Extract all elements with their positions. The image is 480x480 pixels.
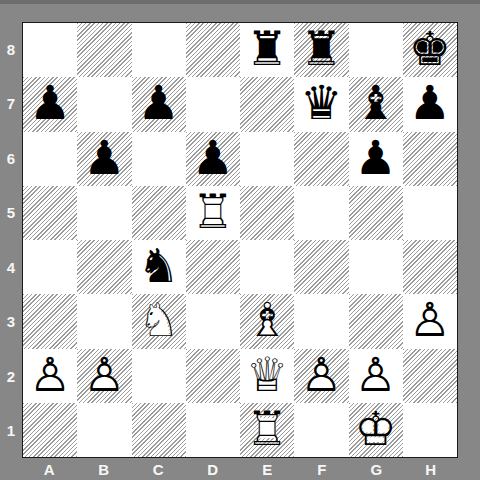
white-rook-glyph: ♖ xyxy=(240,404,294,451)
square-d2[interactable] xyxy=(186,349,240,403)
black-pawn: ♟ xyxy=(132,77,186,131)
square-a6[interactable] xyxy=(23,132,77,186)
square-d1[interactable] xyxy=(186,403,240,457)
black-pawn-glyph: ♟ xyxy=(403,79,457,126)
white-king-glyph: ♔ xyxy=(349,404,403,451)
square-f7[interactable]: ♛ xyxy=(294,77,348,131)
square-g8[interactable] xyxy=(349,23,403,77)
file-labels: ABCDEFGH xyxy=(22,458,458,480)
white-pawn-glyph: ♙ xyxy=(349,350,403,397)
white-king: ♚♔ xyxy=(349,403,403,457)
black-king: ♚ xyxy=(403,23,457,77)
square-a4[interactable] xyxy=(23,240,77,294)
file-label-b: B xyxy=(77,458,132,480)
black-pawn: ♟ xyxy=(403,77,457,131)
square-f4[interactable] xyxy=(294,240,348,294)
square-e6[interactable] xyxy=(240,132,294,186)
black-pawn-glyph: ♟ xyxy=(186,133,240,180)
square-b1[interactable] xyxy=(77,403,131,457)
white-rook-glyph: ♖ xyxy=(186,187,240,234)
square-g7[interactable]: ♝ xyxy=(349,77,403,131)
black-pawn: ♟ xyxy=(23,77,77,131)
white-pawn-glyph: ♙ xyxy=(294,350,348,397)
square-f2[interactable]: ♟♙ xyxy=(294,349,348,403)
square-h6[interactable] xyxy=(403,132,457,186)
rank-label-1: 1 xyxy=(0,404,22,459)
black-bishop-glyph: ♝ xyxy=(349,79,403,126)
square-g6[interactable]: ♟ xyxy=(349,132,403,186)
square-c7[interactable]: ♟ xyxy=(132,77,186,131)
square-g3[interactable] xyxy=(349,294,403,348)
black-pawn-glyph: ♟ xyxy=(23,79,77,126)
white-pawn: ♟♙ xyxy=(403,294,457,348)
square-b8[interactable] xyxy=(77,23,131,77)
square-a1[interactable] xyxy=(23,403,77,457)
square-h2[interactable] xyxy=(403,349,457,403)
white-pawn: ♟♙ xyxy=(77,349,131,403)
square-e8[interactable]: ♜ xyxy=(240,23,294,77)
square-d8[interactable] xyxy=(186,23,240,77)
square-b7[interactable] xyxy=(77,77,131,131)
square-h1[interactable] xyxy=(403,403,457,457)
black-pawn-glyph: ♟ xyxy=(77,133,131,180)
square-f3[interactable] xyxy=(294,294,348,348)
white-queen-glyph: ♕ xyxy=(240,350,294,397)
black-pawn: ♟ xyxy=(186,132,240,186)
square-a5[interactable] xyxy=(23,186,77,240)
square-c2[interactable] xyxy=(132,349,186,403)
black-rook-glyph: ♜ xyxy=(294,25,348,72)
rank-label-5: 5 xyxy=(0,186,22,241)
square-b5[interactable] xyxy=(77,186,131,240)
chess-board: ♜♜♚♟♟♛♝♟♟♟♟♜♖♞♞♘♝♗♟♙♟♙♟♙♛♕♟♙♟♙♜♖♚♔ xyxy=(22,22,458,458)
square-f6[interactable] xyxy=(294,132,348,186)
square-b6[interactable]: ♟ xyxy=(77,132,131,186)
black-knight-glyph: ♞ xyxy=(132,242,186,289)
square-g1[interactable]: ♚♔ xyxy=(349,403,403,457)
black-rook-glyph: ♜ xyxy=(240,25,294,72)
black-knight: ♞ xyxy=(132,240,186,294)
square-d4[interactable] xyxy=(186,240,240,294)
black-pawn-glyph: ♟ xyxy=(349,133,403,180)
rank-label-6: 6 xyxy=(0,131,22,186)
black-queen-glyph: ♛ xyxy=(294,79,348,126)
square-c6[interactable] xyxy=(132,132,186,186)
square-f1[interactable] xyxy=(294,403,348,457)
rank-label-4: 4 xyxy=(0,240,22,295)
square-b4[interactable] xyxy=(77,240,131,294)
rank-label-2: 2 xyxy=(0,349,22,404)
white-pawn-glyph: ♙ xyxy=(23,350,77,397)
white-pawn-glyph: ♙ xyxy=(77,350,131,397)
white-bishop: ♝♗ xyxy=(240,294,294,348)
square-c8[interactable] xyxy=(132,23,186,77)
square-d6[interactable]: ♟ xyxy=(186,132,240,186)
square-c4[interactable]: ♞ xyxy=(132,240,186,294)
square-h8[interactable]: ♚ xyxy=(403,23,457,77)
square-e2[interactable]: ♛♕ xyxy=(240,349,294,403)
square-f5[interactable] xyxy=(294,186,348,240)
white-pawn: ♟♙ xyxy=(294,349,348,403)
black-pawn-glyph: ♟ xyxy=(132,79,186,126)
file-label-c: C xyxy=(131,458,186,480)
square-b2[interactable]: ♟♙ xyxy=(77,349,131,403)
white-pawn: ♟♙ xyxy=(23,349,77,403)
file-label-h: H xyxy=(404,458,459,480)
square-a7[interactable]: ♟ xyxy=(23,77,77,131)
square-e4[interactable] xyxy=(240,240,294,294)
file-label-e: E xyxy=(240,458,295,480)
frame-top-edge xyxy=(0,0,480,4)
black-pawn: ♟ xyxy=(349,132,403,186)
square-g5[interactable] xyxy=(349,186,403,240)
square-d5[interactable]: ♜♖ xyxy=(186,186,240,240)
white-knight: ♞♘ xyxy=(132,294,186,348)
white-rook: ♜♖ xyxy=(240,403,294,457)
square-h3[interactable]: ♟♙ xyxy=(403,294,457,348)
white-knight-glyph: ♘ xyxy=(132,296,186,343)
rank-labels: 87654321 xyxy=(0,22,22,458)
rank-label-3: 3 xyxy=(0,295,22,350)
black-bishop: ♝ xyxy=(349,77,403,131)
file-label-a: A xyxy=(22,458,77,480)
black-king-glyph: ♚ xyxy=(403,25,457,72)
black-rook: ♜ xyxy=(240,23,294,77)
square-h7[interactable]: ♟ xyxy=(403,77,457,131)
file-label-d: D xyxy=(186,458,241,480)
white-pawn: ♟♙ xyxy=(349,349,403,403)
black-queen: ♛ xyxy=(294,77,348,131)
rank-label-8: 8 xyxy=(0,22,22,77)
square-c3[interactable]: ♞♘ xyxy=(132,294,186,348)
white-queen: ♛♕ xyxy=(240,349,294,403)
square-f8[interactable]: ♜ xyxy=(294,23,348,77)
square-e5[interactable] xyxy=(240,186,294,240)
square-h5[interactable] xyxy=(403,186,457,240)
square-d3[interactable] xyxy=(186,294,240,348)
square-d7[interactable] xyxy=(186,77,240,131)
square-h4[interactable] xyxy=(403,240,457,294)
square-a8[interactable] xyxy=(23,23,77,77)
white-rook: ♜♖ xyxy=(186,186,240,240)
file-label-g: G xyxy=(349,458,404,480)
square-e7[interactable] xyxy=(240,77,294,131)
square-c5[interactable] xyxy=(132,186,186,240)
square-e1[interactable]: ♜♖ xyxy=(240,403,294,457)
white-pawn-glyph: ♙ xyxy=(403,296,457,343)
square-c1[interactable] xyxy=(132,403,186,457)
square-g4[interactable] xyxy=(349,240,403,294)
file-label-f: F xyxy=(295,458,350,480)
square-a2[interactable]: ♟♙ xyxy=(23,349,77,403)
black-pawn: ♟ xyxy=(77,132,131,186)
square-b3[interactable] xyxy=(77,294,131,348)
rank-label-7: 7 xyxy=(0,77,22,132)
square-e3[interactable]: ♝♗ xyxy=(240,294,294,348)
square-a3[interactable] xyxy=(23,294,77,348)
white-bishop-glyph: ♗ xyxy=(240,296,294,343)
square-g2[interactable]: ♟♙ xyxy=(349,349,403,403)
board-frame: 87654321 ABCDEFGH ♜♜♚♟♟♛♝♟♟♟♟♜♖♞♞♘♝♗♟♙♟♙… xyxy=(0,0,480,480)
black-rook: ♜ xyxy=(294,23,348,77)
